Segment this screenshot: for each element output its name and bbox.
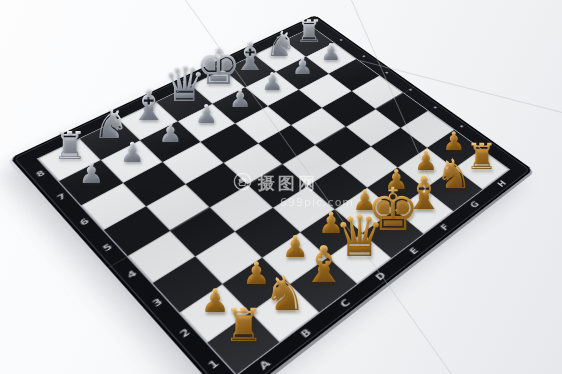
photo-canvas: ABCDEFGH12345678 ♜♞♝♛♚♝♞♜♟♟♟♟♟♟♟♟♟♟♟♟♟♟♟… [0, 0, 562, 374]
frame-screw-dot [459, 125, 463, 128]
frame-screw-dot [276, 36, 280, 38]
frame-screw-dot [215, 65, 219, 68]
chess-board-grid [38, 27, 509, 374]
frame-screw-dot [339, 39, 343, 41]
file-label-e: E [405, 244, 423, 258]
rank-label-8: 8 [31, 167, 50, 180]
file-label-h: H [494, 178, 510, 190]
frame-screw-dot [486, 144, 490, 147]
frame-screw-dot [409, 88, 413, 91]
file-label-f: F [437, 220, 454, 233]
frame-screw-dot [182, 80, 186, 83]
frame-screw-dot [433, 106, 437, 109]
frame-screw-dot [110, 114, 115, 117]
frame-screw-dot [147, 97, 151, 100]
frame-screw-dot [247, 50, 251, 52]
frame-screw-dot [362, 55, 366, 57]
rank-label-7: 7 [52, 190, 72, 203]
frame-screw-dot [71, 133, 76, 136]
file-label-g: G [466, 198, 483, 211]
file-label-d: D [371, 269, 390, 284]
chess-board-frame: ABCDEFGH12345678 [10, 15, 533, 374]
frame-screw-dot [385, 71, 389, 73]
